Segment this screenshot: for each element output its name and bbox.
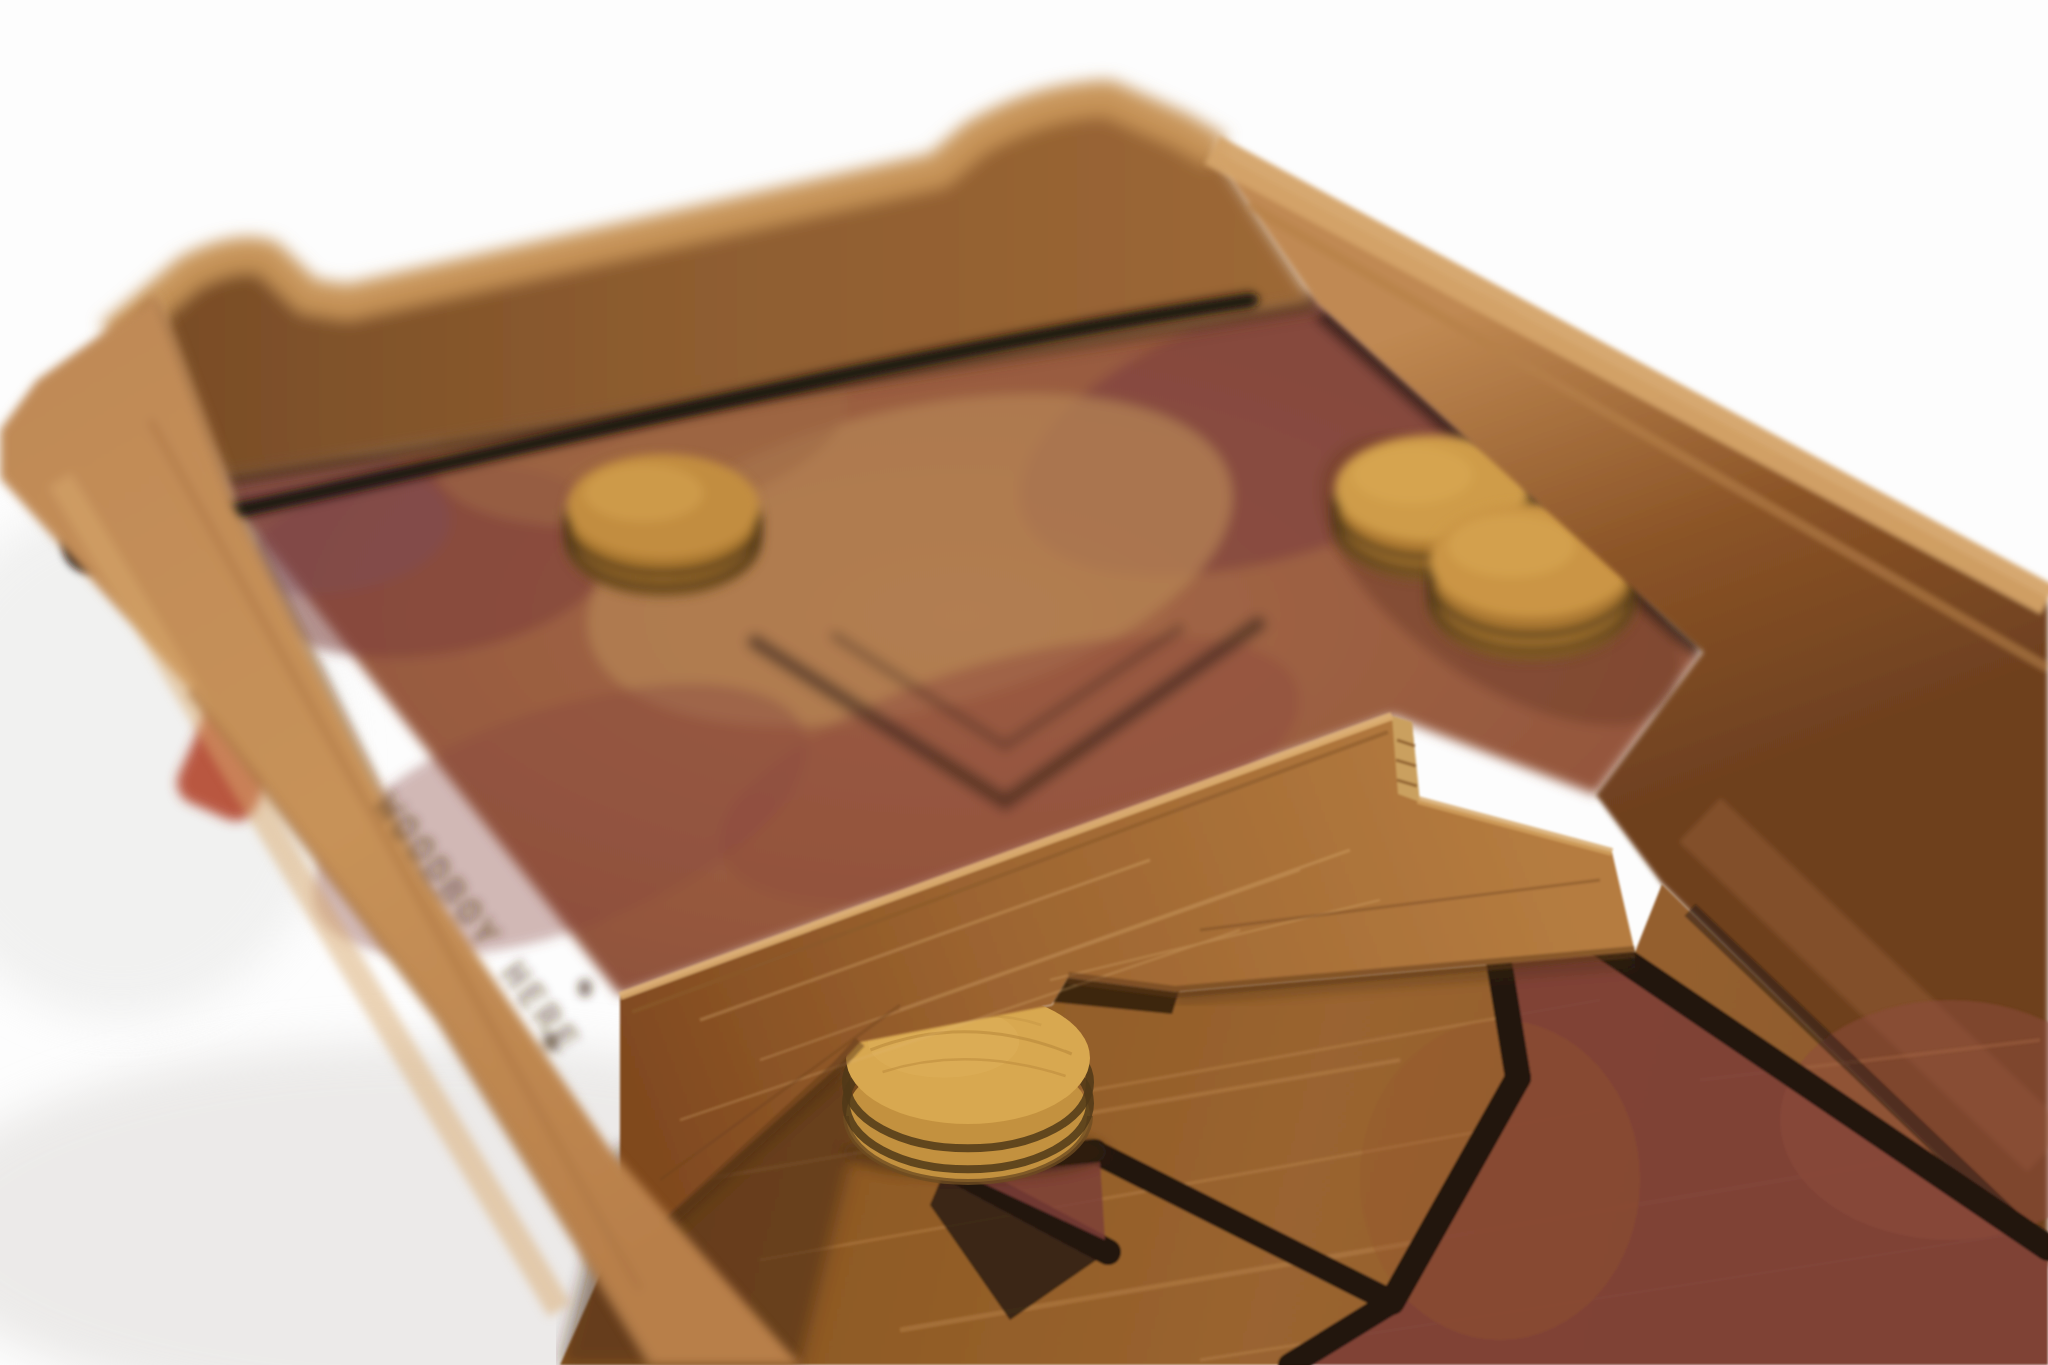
nail-hole xyxy=(578,979,592,997)
passe-trappe-scene: WOODBOY HERE xyxy=(0,0,2048,1365)
puck-far-left[interactable] xyxy=(567,454,759,594)
photo-stage: WOODBOY HERE xyxy=(0,0,2048,1365)
